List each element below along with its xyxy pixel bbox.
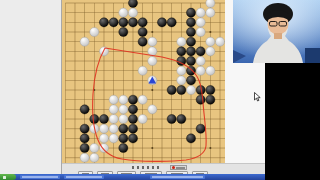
stone-black[interactable] bbox=[206, 85, 215, 94]
stone-white[interactable] bbox=[90, 144, 99, 153]
stone-white[interactable] bbox=[109, 114, 118, 123]
stone-black[interactable] bbox=[99, 18, 108, 27]
record-label-smudge bbox=[176, 167, 185, 169]
stone-black[interactable] bbox=[186, 8, 195, 17]
stone-white[interactable] bbox=[128, 8, 137, 17]
stone-white[interactable] bbox=[186, 85, 195, 94]
nav-prev-icon[interactable] bbox=[142, 166, 144, 169]
stone-white[interactable] bbox=[109, 124, 118, 133]
webcam-person bbox=[233, 0, 320, 63]
stone-black[interactable] bbox=[128, 105, 137, 114]
stone-black[interactable] bbox=[119, 124, 128, 133]
taskbar-window-button[interactable] bbox=[150, 175, 205, 180]
stone-black[interactable] bbox=[186, 18, 195, 27]
stone-white[interactable] bbox=[109, 95, 118, 104]
nav-first-icon[interactable] bbox=[132, 166, 134, 169]
stone-black[interactable] bbox=[138, 37, 147, 46]
stone-black[interactable] bbox=[186, 27, 195, 36]
stone-black[interactable] bbox=[186, 76, 195, 85]
stone-black[interactable] bbox=[128, 124, 137, 133]
stone-black[interactable] bbox=[196, 47, 205, 56]
stone-white[interactable] bbox=[109, 105, 118, 114]
stone-white[interactable] bbox=[138, 66, 147, 75]
stone-white[interactable] bbox=[99, 124, 108, 133]
stone-white[interactable] bbox=[206, 66, 215, 75]
stone-black[interactable] bbox=[119, 134, 128, 143]
mouse-cursor bbox=[254, 88, 262, 106]
stone-white[interactable] bbox=[196, 18, 205, 27]
nav-back10-icon[interactable] bbox=[137, 166, 139, 169]
stone-black[interactable] bbox=[157, 18, 166, 27]
stone-white[interactable] bbox=[177, 76, 186, 85]
record-dot-icon bbox=[172, 166, 175, 169]
go-board-svg[interactable] bbox=[62, 0, 225, 163]
stone-black[interactable] bbox=[128, 0, 137, 8]
stone-black[interactable] bbox=[167, 85, 176, 94]
stone-black[interactable] bbox=[80, 144, 89, 153]
stone-white[interactable] bbox=[138, 114, 147, 123]
control-strip bbox=[62, 163, 265, 174]
stone-white[interactable] bbox=[109, 134, 118, 143]
chair-right bbox=[305, 48, 320, 63]
nav-last-icon[interactable] bbox=[157, 166, 159, 169]
left-panel bbox=[0, 0, 62, 174]
stone-black[interactable] bbox=[186, 37, 195, 46]
stone-black[interactable] bbox=[128, 134, 137, 143]
stone-white[interactable] bbox=[206, 0, 215, 8]
taskbar-window-button[interactable] bbox=[64, 175, 104, 180]
stone-black[interactable] bbox=[80, 105, 89, 114]
stone-white[interactable] bbox=[206, 37, 215, 46]
stone-black[interactable] bbox=[128, 95, 137, 104]
start-button[interactable] bbox=[0, 174, 16, 180]
person-neck bbox=[274, 33, 282, 39]
screen bbox=[0, 0, 320, 180]
stone-white[interactable] bbox=[148, 105, 157, 114]
stone-white[interactable] bbox=[119, 95, 128, 104]
stone-black[interactable] bbox=[167, 114, 176, 123]
webcam-overlay bbox=[233, 0, 320, 63]
stone-black[interactable] bbox=[90, 114, 99, 123]
stone-black[interactable] bbox=[80, 124, 89, 133]
stone-white[interactable] bbox=[196, 27, 205, 36]
stone-black[interactable] bbox=[186, 134, 195, 143]
black-overlay bbox=[265, 63, 320, 180]
stone-black[interactable] bbox=[128, 18, 137, 27]
stone-white[interactable] bbox=[148, 37, 157, 46]
stone-white[interactable] bbox=[206, 47, 215, 56]
stone-white[interactable] bbox=[196, 8, 205, 17]
stone-black[interactable] bbox=[177, 114, 186, 123]
stone-white[interactable] bbox=[119, 114, 128, 123]
stone-black[interactable] bbox=[186, 47, 195, 56]
stone-black[interactable] bbox=[206, 95, 215, 104]
record-button[interactable] bbox=[170, 165, 187, 170]
stone-white[interactable] bbox=[177, 66, 186, 75]
stone-white[interactable] bbox=[119, 105, 128, 114]
stone-black[interactable] bbox=[119, 144, 128, 153]
taskbar-window-button[interactable] bbox=[20, 175, 60, 180]
stone-black[interactable] bbox=[177, 85, 186, 94]
stone-black[interactable] bbox=[186, 56, 195, 65]
stone-white[interactable] bbox=[196, 66, 205, 75]
stone-white[interactable] bbox=[138, 95, 147, 104]
stone-white[interactable] bbox=[215, 37, 224, 46]
stone-white[interactable] bbox=[206, 8, 215, 17]
stone-black[interactable] bbox=[128, 114, 137, 123]
stone-white[interactable] bbox=[177, 37, 186, 46]
nav-fwd10-icon[interactable] bbox=[152, 166, 154, 169]
stone-black[interactable] bbox=[119, 27, 128, 36]
stone-white[interactable] bbox=[99, 134, 108, 143]
stone-black[interactable] bbox=[119, 18, 128, 27]
stone-black[interactable] bbox=[109, 18, 118, 27]
stone-white[interactable] bbox=[90, 27, 99, 36]
stone-black[interactable] bbox=[80, 134, 89, 143]
windows-logo-icon bbox=[3, 176, 6, 179]
stone-black[interactable] bbox=[177, 47, 186, 56]
move-nav-buttons[interactable] bbox=[132, 166, 159, 169]
stone-white[interactable] bbox=[148, 56, 157, 65]
stone-white[interactable] bbox=[90, 153, 99, 162]
stone-white[interactable] bbox=[119, 8, 128, 17]
stone-black[interactable] bbox=[138, 27, 147, 36]
stone-black[interactable] bbox=[196, 95, 205, 104]
nav-next-icon[interactable] bbox=[147, 166, 149, 169]
stone-white[interactable] bbox=[80, 37, 89, 46]
stone-black[interactable] bbox=[99, 114, 108, 123]
stone-black[interactable] bbox=[138, 18, 147, 27]
stone-white[interactable] bbox=[80, 153, 89, 162]
stone-black[interactable] bbox=[167, 18, 176, 27]
stone-white[interactable] bbox=[196, 56, 205, 65]
stone-black[interactable] bbox=[196, 124, 205, 133]
taskbar bbox=[0, 174, 265, 180]
go-board[interactable] bbox=[62, 0, 225, 163]
